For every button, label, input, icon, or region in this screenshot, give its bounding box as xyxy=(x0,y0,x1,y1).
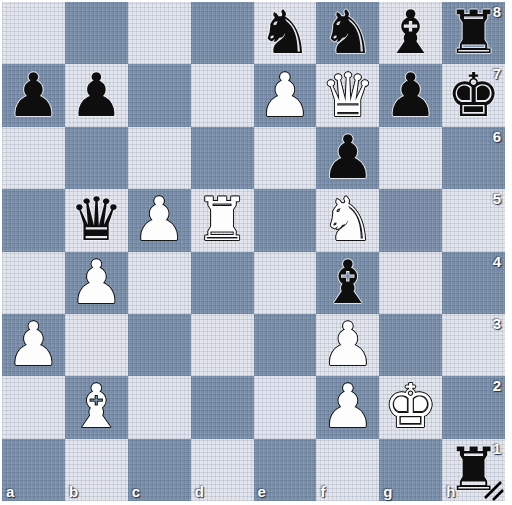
square-e3[interactable] xyxy=(254,314,317,376)
square-b3[interactable] xyxy=(65,314,128,376)
square-c5[interactable]: ♟ xyxy=(128,189,191,251)
square-d2[interactable] xyxy=(191,376,254,438)
black-queen-b5[interactable]: ♛ xyxy=(69,189,123,249)
black-knight-f8[interactable]: ♞ xyxy=(321,2,375,62)
black-pawn-a7[interactable]: ♟ xyxy=(7,65,61,125)
square-g2[interactable]: ♚ xyxy=(379,376,442,438)
file-label-b: b xyxy=(69,483,78,500)
square-e2[interactable] xyxy=(254,376,317,438)
square-d7[interactable] xyxy=(191,64,254,126)
square-b5[interactable]: ♛ xyxy=(65,189,128,251)
square-f4[interactable]: ♝ xyxy=(316,252,379,314)
square-d3[interactable] xyxy=(191,314,254,376)
square-h1[interactable]: h1♜ xyxy=(442,439,505,501)
square-f3[interactable]: ♟ xyxy=(316,314,379,376)
square-g7[interactable]: ♟ xyxy=(379,64,442,126)
square-b7[interactable]: ♟ xyxy=(65,64,128,126)
square-h5[interactable]: 5 xyxy=(442,189,505,251)
square-d6[interactable] xyxy=(191,127,254,189)
white-king-g2[interactable]: ♚ xyxy=(384,376,438,436)
file-label-c: c xyxy=(132,483,140,500)
square-e4[interactable] xyxy=(254,252,317,314)
square-e6[interactable] xyxy=(254,127,317,189)
square-a1[interactable]: a xyxy=(2,439,65,501)
square-b2[interactable]: ♝ xyxy=(65,376,128,438)
black-king-h7[interactable]: ♚ xyxy=(447,65,501,125)
square-a3[interactable]: ♟ xyxy=(2,314,65,376)
square-h3[interactable]: 3 xyxy=(442,314,505,376)
square-b6[interactable] xyxy=(65,127,128,189)
square-f6[interactable]: ♟ xyxy=(316,127,379,189)
square-b4[interactable]: ♟ xyxy=(65,252,128,314)
square-f5[interactable]: ♞ xyxy=(316,189,379,251)
square-a7[interactable]: ♟ xyxy=(2,64,65,126)
file-label-d: d xyxy=(195,483,204,500)
square-c6[interactable] xyxy=(128,127,191,189)
square-d8[interactable] xyxy=(191,2,254,64)
black-pawn-b7[interactable]: ♟ xyxy=(69,65,123,125)
black-knight-e8[interactable]: ♞ xyxy=(258,2,312,62)
rank-label-4: 4 xyxy=(493,253,501,270)
black-pawn-g7[interactable]: ♟ xyxy=(384,65,438,125)
white-rook-d5[interactable]: ♜ xyxy=(195,189,249,249)
square-g8[interactable]: ♝ xyxy=(379,2,442,64)
square-e5[interactable] xyxy=(254,189,317,251)
square-e7[interactable]: ♟ xyxy=(254,64,317,126)
square-c2[interactable] xyxy=(128,376,191,438)
rank-label-3: 3 xyxy=(493,315,501,332)
chess-board-window: ♞♞♝8♜♟♟♟♛♟7♚♟6♛♟♜♞5♟♝4♟♟3♝♟♚2abcdefgh1♜ xyxy=(0,0,512,505)
square-f2[interactable]: ♟ xyxy=(316,376,379,438)
chess-board: ♞♞♝8♜♟♟♟♛♟7♚♟6♛♟♜♞5♟♝4♟♟3♝♟♚2abcdefgh1♜ xyxy=(2,2,505,501)
black-bishop-f4[interactable]: ♝ xyxy=(321,252,375,312)
square-a5[interactable] xyxy=(2,189,65,251)
file-label-f: f xyxy=(320,483,325,500)
square-f7[interactable]: ♛ xyxy=(316,64,379,126)
square-c3[interactable] xyxy=(128,314,191,376)
square-h6[interactable]: 6 xyxy=(442,127,505,189)
square-h8[interactable]: 8♜ xyxy=(442,2,505,64)
square-b8[interactable] xyxy=(65,2,128,64)
square-e1[interactable]: e xyxy=(254,439,317,501)
file-label-e: e xyxy=(258,483,266,500)
square-h7[interactable]: 7♚ xyxy=(442,64,505,126)
square-c1[interactable]: c xyxy=(128,439,191,501)
file-label-a: a xyxy=(6,483,14,500)
square-d1[interactable]: d xyxy=(191,439,254,501)
white-pawn-f2[interactable]: ♟ xyxy=(321,376,375,436)
square-c8[interactable] xyxy=(128,2,191,64)
square-a4[interactable] xyxy=(2,252,65,314)
black-pawn-f6[interactable]: ♟ xyxy=(321,127,375,187)
square-h4[interactable]: 4 xyxy=(442,252,505,314)
square-b1[interactable]: b xyxy=(65,439,128,501)
board-resize-handle-icon[interactable] xyxy=(482,479,504,501)
square-g1[interactable]: g xyxy=(379,439,442,501)
square-g6[interactable] xyxy=(379,127,442,189)
white-queen-f7[interactable]: ♛ xyxy=(321,65,375,125)
square-f1[interactable]: f xyxy=(316,439,379,501)
white-pawn-c5[interactable]: ♟ xyxy=(132,189,186,249)
square-d4[interactable] xyxy=(191,252,254,314)
square-g4[interactable] xyxy=(379,252,442,314)
square-f8[interactable]: ♞ xyxy=(316,2,379,64)
square-a8[interactable] xyxy=(2,2,65,64)
white-pawn-b4[interactable]: ♟ xyxy=(69,252,123,312)
black-rook-h8[interactable]: ♜ xyxy=(447,2,501,62)
square-a2[interactable] xyxy=(2,376,65,438)
black-bishop-g8[interactable]: ♝ xyxy=(384,2,438,62)
square-g3[interactable] xyxy=(379,314,442,376)
square-d5[interactable]: ♜ xyxy=(191,189,254,251)
white-bishop-b2[interactable]: ♝ xyxy=(69,376,123,436)
rank-label-5: 5 xyxy=(493,190,501,207)
rank-label-2: 2 xyxy=(493,377,501,394)
white-pawn-f3[interactable]: ♟ xyxy=(321,314,375,374)
square-h2[interactable]: 2 xyxy=(442,376,505,438)
rank-label-6: 6 xyxy=(493,128,501,145)
white-pawn-a3[interactable]: ♟ xyxy=(7,314,61,374)
square-c7[interactable] xyxy=(128,64,191,126)
white-pawn-e7[interactable]: ♟ xyxy=(258,65,312,125)
square-g5[interactable] xyxy=(379,189,442,251)
white-knight-f5[interactable]: ♞ xyxy=(321,189,375,249)
square-a6[interactable] xyxy=(2,127,65,189)
file-label-g: g xyxy=(383,483,392,500)
square-c4[interactable] xyxy=(128,252,191,314)
square-e8[interactable]: ♞ xyxy=(254,2,317,64)
